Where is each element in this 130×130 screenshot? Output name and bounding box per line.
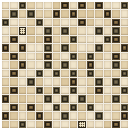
beige-tile <box>19 70 26 77</box>
beige-tile <box>27 61 34 68</box>
deco-tile <box>61 2 68 9</box>
beige-tile <box>70 44 77 51</box>
deco-tile <box>112 53 119 60</box>
beige-tile <box>87 78 94 85</box>
beige-tile <box>78 36 85 43</box>
beige-tile <box>2 104 9 111</box>
deco-tile <box>95 78 102 85</box>
beige-tile <box>61 87 68 94</box>
beige-tile <box>78 44 85 51</box>
beige-tile <box>78 61 85 68</box>
deco-tile <box>61 112 68 119</box>
beige-tile <box>104 44 111 51</box>
beige-tile <box>2 78 9 85</box>
deco-tile <box>78 19 85 26</box>
dotted-deco-tile <box>78 121 85 128</box>
deco-tile <box>87 53 94 60</box>
beige-tile <box>95 19 102 26</box>
beige-tile <box>104 27 111 34</box>
beige-tile <box>95 10 102 17</box>
beige-tile <box>10 27 17 34</box>
beige-tile <box>87 2 94 9</box>
beige-tile <box>121 53 128 60</box>
beige-tile <box>19 36 26 43</box>
beige-tile <box>44 87 51 94</box>
deco-tile <box>95 2 102 9</box>
deco-tile <box>70 87 77 94</box>
beige-tile <box>121 19 128 26</box>
beige-tile <box>10 121 17 128</box>
beige-tile <box>27 19 34 26</box>
deco-tile <box>112 36 119 43</box>
beige-tile <box>36 78 43 85</box>
deco-tile <box>44 53 51 60</box>
deco-tile <box>95 27 102 34</box>
deco-tile <box>19 121 26 128</box>
beige-tile <box>78 70 85 77</box>
beige-tile <box>44 70 51 77</box>
beige-tile <box>53 61 60 68</box>
beige-tile <box>10 78 17 85</box>
deco-tile <box>61 61 68 68</box>
beige-tile <box>27 87 34 94</box>
beige-tile <box>19 87 26 94</box>
beige-tile <box>19 104 26 111</box>
beige-tile <box>112 104 119 111</box>
beige-tile <box>44 19 51 26</box>
deco-tile <box>44 61 51 68</box>
beige-tile <box>121 78 128 85</box>
beige-tile <box>104 70 111 77</box>
beige-tile <box>70 27 77 34</box>
beige-tile <box>36 2 43 9</box>
deco-tile <box>70 104 77 111</box>
deco-tile <box>95 87 102 94</box>
deco-tile <box>70 10 77 17</box>
beige-tile <box>10 19 17 26</box>
deco-tile <box>27 104 34 111</box>
beige-tile <box>19 19 26 26</box>
deco-tile <box>44 95 51 102</box>
beige-tile <box>27 53 34 60</box>
beige-tile <box>2 121 9 128</box>
beige-tile <box>36 36 43 43</box>
beige-tile <box>112 70 119 77</box>
beige-tile <box>53 95 60 102</box>
beige-tile <box>78 78 85 85</box>
deco-tile <box>121 70 128 77</box>
deco-tile <box>70 78 77 85</box>
beige-tile <box>36 53 43 60</box>
beige-tile <box>2 27 9 34</box>
deco-tile <box>112 27 119 34</box>
beige-tile <box>27 70 34 77</box>
beige-tile <box>104 87 111 94</box>
beige-tile <box>87 112 94 119</box>
deco-tile <box>27 78 34 85</box>
beige-tile <box>87 121 94 128</box>
deco-tile <box>53 70 60 77</box>
deco-tile <box>44 44 51 51</box>
deco-tile <box>121 44 128 51</box>
deco-tile <box>44 27 51 34</box>
deco-tile <box>78 2 85 9</box>
deco-tile <box>87 70 94 77</box>
beige-tile <box>2 53 9 60</box>
deco-tile <box>87 61 94 68</box>
beige-tile <box>44 10 51 17</box>
beige-tile <box>121 121 128 128</box>
beige-tile <box>78 10 85 17</box>
beige-tile <box>70 112 77 119</box>
deco-tile <box>112 121 119 128</box>
beige-tile <box>2 70 9 77</box>
beige-tile <box>19 10 26 17</box>
beige-tile <box>2 2 9 9</box>
deco-tile <box>95 44 102 51</box>
beige-tile <box>78 104 85 111</box>
beige-tile <box>53 44 60 51</box>
beige-tile <box>10 2 17 9</box>
beige-tile <box>2 10 9 17</box>
deco-tile <box>78 95 85 102</box>
beige-tile <box>2 36 9 43</box>
beige-tile <box>104 2 111 9</box>
beige-tile <box>121 95 128 102</box>
beige-tile <box>61 104 68 111</box>
beige-tile <box>27 27 34 34</box>
beige-tile <box>36 95 43 102</box>
deco-tile <box>10 104 17 111</box>
mosaic-product-photo: { "game": "decorative mosaic tile sheet … <box>0 0 130 130</box>
beige-tile <box>44 78 51 85</box>
beige-tile <box>27 44 34 51</box>
beige-tile <box>53 2 60 9</box>
beige-tile <box>78 53 85 60</box>
deco-tile <box>112 19 119 26</box>
beige-tile <box>87 44 94 51</box>
beige-tile <box>104 19 111 26</box>
deco-tile <box>70 53 77 60</box>
beige-tile <box>27 112 34 119</box>
deco-tile <box>2 44 9 51</box>
beige-tile <box>61 10 68 17</box>
beige-tile <box>78 27 85 34</box>
beige-tile <box>27 36 34 43</box>
beige-tile <box>10 95 17 102</box>
beige-tile <box>121 27 128 34</box>
deco-tile <box>61 27 68 34</box>
beige-tile <box>104 61 111 68</box>
beige-tile <box>87 27 94 34</box>
beige-tile <box>121 36 128 43</box>
deco-tile <box>19 2 26 9</box>
beige-tile <box>36 10 43 17</box>
deco-tile <box>61 44 68 51</box>
deco-tile <box>104 10 111 17</box>
beige-tile <box>53 53 60 60</box>
beige-tile <box>44 104 51 111</box>
beige-tile <box>112 112 119 119</box>
deco-tile <box>112 95 119 102</box>
deco-tile <box>112 61 119 68</box>
beige-tile <box>104 95 111 102</box>
beige-tile <box>104 53 111 60</box>
deco-tile <box>19 44 26 51</box>
beige-tile <box>53 121 60 128</box>
beige-tile <box>121 61 128 68</box>
deco-tile <box>112 78 119 85</box>
beige-tile <box>104 78 111 85</box>
deco-tile <box>70 70 77 77</box>
beige-tile <box>112 10 119 17</box>
beige-tile <box>36 61 43 68</box>
beige-tile <box>70 2 77 9</box>
beige-tile <box>2 87 9 94</box>
deco-tile <box>10 36 17 43</box>
beige-tile <box>53 27 60 34</box>
beige-tile <box>61 53 68 60</box>
beige-tile <box>53 19 60 26</box>
beige-tile <box>87 36 94 43</box>
beige-tile <box>36 27 43 34</box>
beige-tile <box>10 44 17 51</box>
deco-tile <box>36 19 43 26</box>
beige-tile <box>78 87 85 94</box>
beige-tile <box>36 104 43 111</box>
beige-tile <box>27 2 34 9</box>
beige-tile <box>95 95 102 102</box>
beige-tile <box>61 78 68 85</box>
deco-tile <box>61 95 68 102</box>
beige-tile <box>27 121 34 128</box>
deco-tile <box>36 70 43 77</box>
deco-tile <box>36 87 43 94</box>
beige-tile <box>87 19 94 26</box>
beige-tile <box>112 2 119 9</box>
beige-tile <box>36 121 43 128</box>
beige-tile <box>95 104 102 111</box>
beige-tile <box>27 95 34 102</box>
beige-tile <box>53 36 60 43</box>
beige-tile <box>36 44 43 51</box>
beige-tile <box>70 19 77 26</box>
deco-tile <box>10 87 17 94</box>
beige-tile <box>104 121 111 128</box>
deco-tile <box>10 53 17 60</box>
deco-tile <box>53 104 60 111</box>
beige-tile <box>95 121 102 128</box>
deco-tile <box>36 112 43 119</box>
beige-tile <box>95 53 102 60</box>
deco-tile <box>10 70 17 77</box>
deco-tile <box>53 10 60 17</box>
deco-tile <box>44 121 51 128</box>
deco-tile <box>44 36 51 43</box>
deco-tile <box>2 95 9 102</box>
deco-tile <box>121 87 128 94</box>
beige-tile <box>2 61 9 68</box>
beige-tile <box>53 112 60 119</box>
beige-tile <box>112 44 119 51</box>
deco-tile <box>2 112 9 119</box>
beige-tile <box>53 78 60 85</box>
beige-tile <box>70 121 77 128</box>
deco-tile <box>2 19 9 26</box>
deco-tile <box>121 112 128 119</box>
beige-tile <box>87 95 94 102</box>
beige-tile <box>44 2 51 9</box>
deco-tile <box>19 61 26 68</box>
beige-tile <box>112 87 119 94</box>
deco-tile <box>121 2 128 9</box>
deco-tile <box>10 10 17 17</box>
dotted-deco-tile <box>19 27 26 34</box>
mosaic-board <box>2 2 128 128</box>
beige-tile <box>44 112 51 119</box>
deco-tile <box>95 112 102 119</box>
beige-tile <box>61 19 68 26</box>
beige-tile <box>19 112 26 119</box>
beige-tile <box>87 87 94 94</box>
beige-tile <box>10 61 17 68</box>
beige-tile <box>10 112 17 119</box>
beige-tile <box>95 61 102 68</box>
beige-tile <box>87 10 94 17</box>
deco-tile <box>104 36 111 43</box>
deco-tile <box>87 104 94 111</box>
beige-tile <box>104 112 111 119</box>
beige-tile <box>104 104 111 111</box>
beige-tile <box>78 112 85 119</box>
beige-tile <box>61 70 68 77</box>
beige-tile <box>19 95 26 102</box>
deco-tile <box>121 104 128 111</box>
beige-tile <box>95 36 102 43</box>
beige-tile <box>70 61 77 68</box>
beige-tile <box>19 78 26 85</box>
beige-tile <box>19 53 26 60</box>
beige-tile <box>121 10 128 17</box>
beige-tile <box>61 121 68 128</box>
beige-tile <box>61 36 68 43</box>
beige-tile <box>95 70 102 77</box>
deco-tile <box>53 87 60 94</box>
deco-tile <box>70 36 77 43</box>
deco-tile <box>27 10 34 17</box>
beige-tile <box>70 95 77 102</box>
